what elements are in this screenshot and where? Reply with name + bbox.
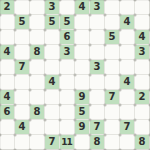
empty-cell-r5c0[interactable] [0, 75, 15, 90]
clue-cell-r2c4: 6 [60, 30, 75, 45]
empty-cell-r2c1[interactable] [15, 30, 30, 45]
empty-cell-r1c2[interactable] [30, 15, 45, 30]
empty-cell-r0c2[interactable] [30, 0, 45, 15]
clue-cell-r7c0: 6 [0, 105, 15, 120]
empty-cell-r8c7[interactable] [105, 120, 120, 135]
clue-cell-r1c1: 5 [15, 15, 30, 30]
empty-cell-r4c9[interactable] [135, 60, 150, 75]
empty-cell-r4c8[interactable] [120, 60, 135, 75]
clue-cell-r6c9: 2 [135, 90, 150, 105]
empty-cell-r6c4[interactable] [60, 90, 75, 105]
empty-cell-r8c4[interactable] [60, 120, 75, 135]
empty-cell-r8c0[interactable] [0, 120, 15, 135]
empty-cell-r2c8[interactable] [120, 30, 135, 45]
empty-cell-r6c6[interactable] [90, 90, 105, 105]
clue-cell-r3c9: 3 [135, 45, 150, 60]
clue-cell-r7c2: 8 [30, 105, 45, 120]
empty-cell-r4c5[interactable] [75, 60, 90, 75]
empty-cell-r1c6[interactable] [90, 15, 105, 30]
clue-cell-r0c5: 4 [75, 0, 90, 15]
empty-cell-r7c9[interactable] [135, 105, 150, 120]
empty-cell-r8c3[interactable] [45, 120, 60, 135]
empty-cell-r4c0[interactable] [0, 60, 15, 75]
clue-cell-r7c5: 5 [75, 105, 90, 120]
empty-cell-r9c7[interactable] [105, 135, 120, 150]
empty-cell-r7c4[interactable] [60, 105, 75, 120]
empty-cell-r6c8[interactable] [120, 90, 135, 105]
clue-cell-r9c6: 8 [90, 135, 105, 150]
empty-cell-r3c6[interactable] [90, 45, 105, 60]
empty-cell-r4c4[interactable] [60, 60, 75, 75]
empty-cell-r5c5[interactable] [75, 75, 90, 90]
empty-cell-r8c2[interactable] [30, 120, 45, 135]
empty-cell-r5c1[interactable] [15, 75, 30, 90]
empty-cell-r1c7[interactable] [105, 15, 120, 30]
empty-cell-r7c3[interactable] [45, 105, 60, 120]
empty-cell-r3c7[interactable] [105, 45, 120, 60]
empty-cell-r9c1[interactable] [15, 135, 30, 150]
empty-cell-r6c1[interactable] [15, 90, 30, 105]
empty-cell-r2c2[interactable] [30, 30, 45, 45]
clue-cell-r9c9: 8 [135, 135, 150, 150]
clue-cell-r3c0: 4 [0, 45, 15, 60]
empty-cell-r6c2[interactable] [30, 90, 45, 105]
empty-cell-r9c0[interactable] [0, 135, 15, 150]
clue-cell-r4c6: 3 [90, 60, 105, 75]
clue-cell-r8c6: 7 [90, 120, 105, 135]
empty-cell-r1c5[interactable] [75, 15, 90, 30]
clue-cell-r0c6: 3 [90, 0, 105, 15]
empty-cell-r2c3[interactable] [45, 30, 60, 45]
empty-cell-r0c9[interactable] [135, 0, 150, 15]
empty-cell-r3c3[interactable] [45, 45, 60, 60]
empty-cell-r7c6[interactable] [90, 105, 105, 120]
empty-cell-r5c9[interactable] [135, 75, 150, 90]
empty-cell-r5c6[interactable] [90, 75, 105, 90]
empty-cell-r3c8[interactable] [120, 45, 135, 60]
empty-cell-r0c8[interactable] [120, 0, 135, 15]
empty-cell-r2c5[interactable] [75, 30, 90, 45]
empty-cell-r3c5[interactable] [75, 45, 90, 60]
empty-cell-r5c7[interactable] [105, 75, 120, 90]
empty-cell-r7c1[interactable] [15, 105, 30, 120]
clue-cell-r1c8: 4 [120, 15, 135, 30]
clue-cell-r4c1: 7 [15, 60, 30, 75]
empty-cell-r1c0[interactable] [0, 15, 15, 30]
clue-cell-r6c7: 7 [105, 90, 120, 105]
empty-cell-r1c9[interactable] [135, 15, 150, 30]
clue-cell-r3c4: 3 [60, 45, 75, 60]
clue-cell-r6c5: 9 [75, 90, 90, 105]
clue-cell-r5c3: 4 [45, 75, 60, 90]
clue-cell-r0c0: 2 [0, 0, 15, 15]
empty-cell-r9c2[interactable] [30, 135, 45, 150]
empty-cell-r2c0[interactable] [0, 30, 15, 45]
empty-cell-r9c5[interactable] [75, 135, 90, 150]
empty-cell-r7c8[interactable] [120, 105, 135, 120]
clue-cell-r8c5: 9 [75, 120, 90, 135]
empty-cell-r2c6[interactable] [90, 30, 105, 45]
empty-cell-r4c3[interactable] [45, 60, 60, 75]
clue-cell-r1c4: 5 [60, 15, 75, 30]
empty-cell-r5c2[interactable] [30, 75, 45, 90]
empty-cell-r0c7[interactable] [105, 0, 120, 15]
empty-cell-r3c1[interactable] [15, 45, 30, 60]
empty-cell-r0c1[interactable] [15, 0, 30, 15]
clue-cell-r1c3: 5 [45, 15, 60, 30]
puzzle-board: 23435554654483373444972685497771188 [0, 0, 150, 150]
clue-cell-r9c4: 11 [60, 135, 75, 150]
empty-cell-r4c7[interactable] [105, 60, 120, 75]
empty-cell-r5c4[interactable] [60, 75, 75, 90]
clue-cell-r3c2: 8 [30, 45, 45, 60]
clue-cell-r2c7: 5 [105, 30, 120, 45]
clue-cell-r6c0: 4 [0, 90, 15, 105]
empty-cell-r7c7[interactable] [105, 105, 120, 120]
empty-cell-r4c2[interactable] [30, 60, 45, 75]
clue-cell-r5c8: 4 [120, 75, 135, 90]
empty-cell-r8c9[interactable] [135, 120, 150, 135]
clue-cell-r0c3: 3 [45, 0, 60, 15]
empty-cell-r9c8[interactable] [120, 135, 135, 150]
clue-cell-r2c9: 4 [135, 30, 150, 45]
clue-cell-r8c1: 4 [15, 120, 30, 135]
clue-cell-r9c3: 7 [45, 135, 60, 150]
clue-cell-r8c8: 7 [120, 120, 135, 135]
empty-cell-r0c4[interactable] [60, 0, 75, 15]
empty-cell-r6c3[interactable] [45, 90, 60, 105]
